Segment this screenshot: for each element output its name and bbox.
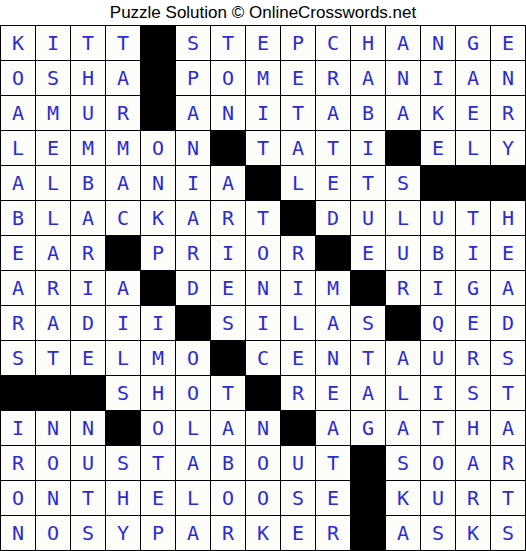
letter-cell-r2c8: M [246,61,280,95]
letter-cell-r11c7: T [211,376,245,410]
letter-cell-r15c10: R [316,516,350,550]
letter-cell-r3c15: R [491,96,525,130]
letter-cell-r13c14: A [456,446,490,480]
block-cell-r11c1 [1,376,35,410]
letter-cell-r15c14: K [456,516,490,550]
letter-cell-r13c7: B [211,446,245,480]
crossword-grid: KITTSTEPCHANGEOSHAPOMERANIANAMURANITABAK… [0,25,526,551]
letter-cell-r4c6: N [176,131,210,165]
letter-cell-r6c12: L [386,201,420,235]
letter-cell-r8c1: A [1,271,35,305]
letter-cell-r6c3: A [71,201,105,235]
letter-cell-r15c9: E [281,516,315,550]
letter-cell-r3c4: R [106,96,140,130]
letter-cell-r8c15: A [491,271,525,305]
letter-cell-r10c11: T [351,341,385,375]
puzzle-solution-page: Puzzle Solution © OnlineCrosswords.net K… [0,0,526,551]
letter-cell-r9c3: D [71,306,105,340]
letter-cell-r7c7: I [211,236,245,270]
letter-cell-r2c10: R [316,61,350,95]
letter-cell-r6c14: T [456,201,490,235]
letter-cell-r1c3: T [71,26,105,60]
letter-cell-r3c11: B [351,96,385,130]
letter-cell-r11c15: T [491,376,525,410]
letter-cell-r9c4: I [106,306,140,340]
letter-cell-r8c13: I [421,271,455,305]
block-cell-r1c5 [141,26,175,60]
letter-cell-r1c4: T [106,26,140,60]
letter-cell-r7c3: R [71,236,105,270]
letter-cell-r14c1: O [1,481,35,515]
letter-cell-r15c6: A [176,516,210,550]
letter-cell-r11c5: H [141,376,175,410]
letter-cell-r2c3: H [71,61,105,95]
letter-cell-r3c7: N [211,96,245,130]
letter-cell-r8c4: A [106,271,140,305]
letter-cell-r4c2: E [36,131,70,165]
letter-cell-r11c4: S [106,376,140,410]
letter-cell-r9c15: D [491,306,525,340]
letter-cell-r8c6: D [176,271,210,305]
letter-cell-r11c12: L [386,376,420,410]
letter-cell-r13c4: S [106,446,140,480]
letter-cell-r6c10: D [316,201,350,235]
letter-cell-r10c5: M [141,341,175,375]
letter-cell-r3c3: U [71,96,105,130]
letter-cell-r7c12: U [386,236,420,270]
letter-cell-r15c12: A [386,516,420,550]
letter-cell-r14c8: O [246,481,280,515]
letter-cell-r8c12: R [386,271,420,305]
letter-cell-r13c3: U [71,446,105,480]
letter-cell-r4c15: Y [491,131,525,165]
letter-cell-r9c8: I [246,306,280,340]
block-cell-r2c5 [141,61,175,95]
letter-cell-r1c13: N [421,26,455,60]
block-cell-r13c11 [351,446,385,480]
block-cell-r11c2 [36,376,70,410]
block-cell-r7c10 [316,236,350,270]
block-cell-r5c13 [421,166,455,200]
letter-cell-r1c7: T [211,26,245,60]
letter-cell-r11c10: E [316,376,350,410]
letter-cell-r12c12: A [386,411,420,445]
letter-cell-r4c13: E [421,131,455,165]
letter-cell-r6c2: L [36,201,70,235]
letter-cell-r14c14: R [456,481,490,515]
letter-cell-r7c2: A [36,236,70,270]
letter-cell-r1c2: I [36,26,70,60]
letter-cell-r10c12: A [386,341,420,375]
letter-cell-r10c6: O [176,341,210,375]
letter-cell-r6c11: U [351,201,385,235]
letter-cell-r15c7: R [211,516,245,550]
letter-cell-r13c5: T [141,446,175,480]
letter-cell-r10c13: U [421,341,455,375]
letter-cell-r13c12: S [386,446,420,480]
letter-cell-r3c1: A [1,96,35,130]
letter-cell-r4c3: M [71,131,105,165]
letter-cell-r13c13: O [421,446,455,480]
letter-cell-r7c15: E [491,236,525,270]
letter-cell-r12c11: G [351,411,385,445]
letter-cell-r2c9: E [281,61,315,95]
letter-cell-r13c10: T [316,446,350,480]
letter-cell-r15c3: S [71,516,105,550]
letter-cell-r14c9: S [281,481,315,515]
letter-cell-r8c3: I [71,271,105,305]
letter-cell-r2c1: O [1,61,35,95]
letter-cell-r5c4: A [106,166,140,200]
letter-cell-r15c4: Y [106,516,140,550]
letter-cell-r1c15: E [491,26,525,60]
letter-cell-r9c10: A [316,306,350,340]
letter-cell-r4c5: O [141,131,175,165]
letter-cell-r9c9: L [281,306,315,340]
letter-cell-r8c2: R [36,271,70,305]
letter-cell-r12c13: T [421,411,455,445]
letter-cell-r9c14: E [456,306,490,340]
letter-cell-r6c15: H [491,201,525,235]
letter-cell-r10c4: L [106,341,140,375]
letter-cell-r5c11: T [351,166,385,200]
letter-cell-r3c8: I [246,96,280,130]
letter-cell-r8c14: G [456,271,490,305]
block-cell-r7c4 [106,236,140,270]
letter-cell-r5c6: I [176,166,210,200]
letter-cell-r6c1: B [1,201,35,235]
letter-cell-r2c2: S [36,61,70,95]
block-cell-r14c11 [351,481,385,515]
block-cell-r8c5 [141,271,175,305]
block-cell-r9c6 [176,306,210,340]
letter-cell-r11c6: O [176,376,210,410]
letter-cell-r8c8: N [246,271,280,305]
letter-cell-r1c11: H [351,26,385,60]
letter-cell-r7c5: P [141,236,175,270]
letter-cell-r3c6: A [176,96,210,130]
letter-cell-r9c5: I [141,306,175,340]
letter-cell-r4c11: I [351,131,385,165]
letter-cell-r12c3: N [71,411,105,445]
letter-cell-r7c8: O [246,236,280,270]
letter-cell-r10c1: S [1,341,35,375]
letter-cell-r7c9: R [281,236,315,270]
letter-cell-r13c1: R [1,446,35,480]
letter-cell-r9c7: S [211,306,245,340]
letter-cell-r12c6: L [176,411,210,445]
letter-cell-r14c5: E [141,481,175,515]
letter-cell-r10c14: R [456,341,490,375]
block-cell-r11c8 [246,376,280,410]
letter-cell-r2c6: P [176,61,210,95]
letter-cell-r10c8: C [246,341,280,375]
block-cell-r12c9 [281,411,315,445]
letter-cell-r5c7: A [211,166,245,200]
letter-cell-r12c8: N [246,411,280,445]
page-title: Puzzle Solution © OnlineCrosswords.net [0,0,526,25]
letter-cell-r4c10: T [316,131,350,165]
letter-cell-r14c12: K [386,481,420,515]
letter-cell-r6c7: R [211,201,245,235]
letter-cell-r15c13: S [421,516,455,550]
letter-cell-r14c3: T [71,481,105,515]
letter-cell-r7c1: E [1,236,35,270]
letter-cell-r6c13: U [421,201,455,235]
block-cell-r8c11 [351,271,385,305]
letter-cell-r14c15: T [491,481,525,515]
letter-cell-r3c9: T [281,96,315,130]
letter-cell-r10c9: E [281,341,315,375]
block-cell-r4c7 [211,131,245,165]
letter-cell-r6c4: C [106,201,140,235]
block-cell-r11c3 [71,376,105,410]
letter-cell-r6c6: A [176,201,210,235]
block-cell-r5c15 [491,166,525,200]
letter-cell-r12c1: I [1,411,35,445]
letter-cell-r14c6: L [176,481,210,515]
letter-cell-r11c14: S [456,376,490,410]
letter-cell-r8c10: M [316,271,350,305]
letter-cell-r14c7: O [211,481,245,515]
letter-cell-r13c8: O [246,446,280,480]
letter-cell-r15c1: N [1,516,35,550]
letter-cell-r5c2: L [36,166,70,200]
letter-cell-r2c14: A [456,61,490,95]
letter-cell-r4c14: L [456,131,490,165]
letter-cell-r12c10: A [316,411,350,445]
letter-cell-r7c14: I [456,236,490,270]
letter-cell-r12c14: H [456,411,490,445]
letter-cell-r14c10: E [316,481,350,515]
letter-cell-r3c2: M [36,96,70,130]
block-cell-r3c5 [141,96,175,130]
letter-cell-r4c9: A [281,131,315,165]
letter-cell-r14c2: N [36,481,70,515]
letter-cell-r10c10: N [316,341,350,375]
letter-cell-r5c3: B [71,166,105,200]
letter-cell-r9c2: A [36,306,70,340]
letter-cell-r9c11: S [351,306,385,340]
letter-cell-r8c7: E [211,271,245,305]
letter-cell-r10c15: S [491,341,525,375]
letter-cell-r14c4: H [106,481,140,515]
letter-cell-r1c12: A [386,26,420,60]
letter-cell-r13c9: U [281,446,315,480]
letter-cell-r3c10: A [316,96,350,130]
letter-cell-r7c13: B [421,236,455,270]
letter-cell-r1c9: P [281,26,315,60]
letter-cell-r15c2: O [36,516,70,550]
letter-cell-r12c7: A [211,411,245,445]
letter-cell-r3c13: K [421,96,455,130]
letter-cell-r12c5: O [141,411,175,445]
letter-cell-r11c13: I [421,376,455,410]
block-cell-r15c11 [351,516,385,550]
letter-cell-r15c15: S [491,516,525,550]
letter-cell-r4c4: M [106,131,140,165]
letter-cell-r2c15: N [491,61,525,95]
letter-cell-r9c1: R [1,306,35,340]
letter-cell-r2c12: N [386,61,420,95]
letter-cell-r9c13: Q [421,306,455,340]
block-cell-r5c14 [456,166,490,200]
letter-cell-r10c2: T [36,341,70,375]
letter-cell-r5c9: L [281,166,315,200]
letter-cell-r2c4: A [106,61,140,95]
letter-cell-r11c11: A [351,376,385,410]
letter-cell-r1c1: K [1,26,35,60]
letter-cell-r8c9: I [281,271,315,305]
letter-cell-r15c8: K [246,516,280,550]
block-cell-r9c12 [386,306,420,340]
letter-cell-r15c5: P [141,516,175,550]
letter-cell-r4c8: T [246,131,280,165]
letter-cell-r2c7: O [211,61,245,95]
letter-cell-r13c15: R [491,446,525,480]
letter-cell-r1c6: S [176,26,210,60]
letter-cell-r14c13: U [421,481,455,515]
block-cell-r4c12 [386,131,420,165]
letter-cell-r5c1: A [1,166,35,200]
letter-cell-r13c6: A [176,446,210,480]
letter-cell-r5c12: S [386,166,420,200]
block-cell-r12c4 [106,411,140,445]
letter-cell-r1c14: G [456,26,490,60]
letter-cell-r2c13: I [421,61,455,95]
letter-cell-r5c10: E [316,166,350,200]
letter-cell-r3c12: A [386,96,420,130]
letter-cell-r10c3: E [71,341,105,375]
letter-cell-r11c9: R [281,376,315,410]
letter-cell-r7c6: R [176,236,210,270]
letter-cell-r6c8: T [246,201,280,235]
letter-cell-r7c11: E [351,236,385,270]
letter-cell-r3c14: E [456,96,490,130]
block-cell-r5c8 [246,166,280,200]
letter-cell-r1c8: E [246,26,280,60]
letter-cell-r13c2: O [36,446,70,480]
block-cell-r10c7 [211,341,245,375]
letter-cell-r6c5: K [141,201,175,235]
letter-cell-r1c10: C [316,26,350,60]
letter-cell-r5c5: N [141,166,175,200]
letter-cell-r12c2: N [36,411,70,445]
letter-cell-r12c15: A [491,411,525,445]
letter-cell-r2c11: A [351,61,385,95]
letter-cell-r4c1: L [1,131,35,165]
block-cell-r6c9 [281,201,315,235]
